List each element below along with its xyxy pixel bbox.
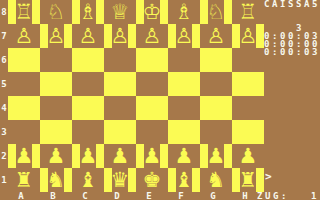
square-h7[interactable]: ♙ <box>232 24 264 48</box>
square-f5[interactable] <box>168 72 200 96</box>
rank-label-2: 2 <box>0 152 8 160</box>
piece-black-rook[interactable]: ♖ <box>16 0 32 24</box>
piece-black-pawn[interactable]: ♙ <box>16 24 32 48</box>
square-d2[interactable]: ♟ <box>104 144 136 168</box>
square-c8[interactable]: ♗ <box>72 0 104 24</box>
piece-white-rook[interactable]: ♜ <box>16 168 32 192</box>
move-counter-label: ZUG: <box>257 192 289 200</box>
piece-white-knight[interactable]: ♞ <box>208 168 224 192</box>
black-pawn-glyph: ♙ <box>111 24 130 48</box>
piece-black-pawn[interactable]: ♙ <box>240 24 256 48</box>
square-d1[interactable]: ♛ <box>104 168 136 192</box>
white-bishop-glyph: ♝ <box>79 168 98 192</box>
square-e6[interactable] <box>136 48 168 72</box>
square-b4[interactable] <box>40 96 72 120</box>
white-pawn-glyph: ♟ <box>47 144 66 168</box>
square-b6[interactable] <box>40 48 72 72</box>
square-g7[interactable]: ♙ <box>200 24 232 48</box>
square-d6[interactable] <box>104 48 136 72</box>
file-label-f: F <box>177 192 185 200</box>
square-a5[interactable] <box>8 72 40 96</box>
square-d8[interactable]: ♕ <box>104 0 136 24</box>
piece-white-rook[interactable]: ♜ <box>240 168 256 192</box>
white-pawn-glyph: ♟ <box>143 144 162 168</box>
file-label-d: D <box>113 192 121 200</box>
square-e8[interactable]: ♔ <box>136 0 168 24</box>
piece-white-bishop[interactable]: ♝ <box>80 168 96 192</box>
piece-white-pawn[interactable]: ♟ <box>16 144 32 168</box>
app-title: CAISSA5 <box>264 0 320 8</box>
black-pawn-glyph: ♙ <box>143 24 162 48</box>
square-h6[interactable] <box>232 48 264 72</box>
white-rook-glyph: ♜ <box>239 168 258 192</box>
square-c6[interactable] <box>72 48 104 72</box>
square-b5[interactable] <box>40 72 72 96</box>
piece-black-pawn[interactable]: ♙ <box>208 24 224 48</box>
piece-black-pawn[interactable]: ♙ <box>48 24 64 48</box>
game-screen: ♖♘♗♕♔♗♘♖♙♙♙♙♙♙♙♙♟♟♟♟♟♟♟♟♜♞♝♛♚♝♞♜ CAISSA5… <box>0 0 320 200</box>
white-pawn-glyph: ♟ <box>175 144 194 168</box>
black-rook-glyph: ♖ <box>15 0 34 24</box>
square-f4[interactable] <box>168 96 200 120</box>
white-king-glyph: ♚ <box>143 168 162 192</box>
white-queen-glyph: ♛ <box>111 168 130 192</box>
square-b2[interactable]: ♟ <box>40 144 72 168</box>
square-b8[interactable]: ♘ <box>40 0 72 24</box>
square-h2[interactable]: ♟ <box>232 144 264 168</box>
square-a3[interactable] <box>8 120 40 144</box>
square-a2[interactable]: ♟ <box>8 144 40 168</box>
square-g4[interactable] <box>200 96 232 120</box>
black-king-glyph: ♔ <box>143 0 162 24</box>
square-f1[interactable]: ♝ <box>168 168 200 192</box>
white-pawn-glyph: ♟ <box>239 144 258 168</box>
piece-black-pawn[interactable]: ♙ <box>80 24 96 48</box>
rank-label-3: 3 <box>0 128 8 136</box>
square-e7[interactable]: ♙ <box>136 24 168 48</box>
piece-white-pawn[interactable]: ♟ <box>240 144 256 168</box>
white-pawn-glyph: ♟ <box>15 144 34 168</box>
black-pawn-glyph: ♙ <box>47 24 66 48</box>
black-pawn-glyph: ♙ <box>79 24 98 48</box>
square-e3[interactable] <box>136 120 168 144</box>
square-h3[interactable] <box>232 120 264 144</box>
file-label-e: E <box>145 192 153 200</box>
square-c5[interactable] <box>72 72 104 96</box>
piece-black-bishop[interactable]: ♗ <box>176 0 192 24</box>
white-pawn-glyph: ♟ <box>79 144 98 168</box>
file-label-a: A <box>17 192 25 200</box>
piece-black-pawn[interactable]: ♙ <box>176 24 192 48</box>
piece-white-pawn[interactable]: ♟ <box>48 144 64 168</box>
move-counter-value: 1 <box>311 192 319 200</box>
square-f6[interactable] <box>168 48 200 72</box>
square-d3[interactable] <box>104 120 136 144</box>
square-g5[interactable] <box>200 72 232 96</box>
piece-white-bishop[interactable]: ♝ <box>176 168 192 192</box>
piece-white-pawn[interactable]: ♟ <box>80 144 96 168</box>
square-b3[interactable] <box>40 120 72 144</box>
piece-black-pawn[interactable]: ♙ <box>144 24 160 48</box>
piece-black-knight[interactable]: ♘ <box>208 0 224 24</box>
black-bishop-glyph: ♗ <box>79 0 98 24</box>
square-f2[interactable]: ♟ <box>168 144 200 168</box>
black-knight-glyph: ♘ <box>47 0 66 24</box>
square-e2[interactable]: ♟ <box>136 144 168 168</box>
square-a8[interactable]: ♖ <box>8 0 40 24</box>
square-g6[interactable] <box>200 48 232 72</box>
square-e4[interactable] <box>136 96 168 120</box>
square-b7[interactable]: ♙ <box>40 24 72 48</box>
black-queen-glyph: ♕ <box>111 0 130 24</box>
piece-black-knight[interactable]: ♘ <box>48 0 64 24</box>
square-d5[interactable] <box>104 72 136 96</box>
square-a4[interactable] <box>8 96 40 120</box>
square-e5[interactable] <box>136 72 168 96</box>
white-pawn-glyph: ♟ <box>111 144 130 168</box>
square-h8[interactable]: ♖ <box>232 0 264 24</box>
piece-black-rook[interactable]: ♖ <box>240 0 256 24</box>
square-c1[interactable]: ♝ <box>72 168 104 192</box>
black-pawn-glyph: ♙ <box>175 24 194 48</box>
piece-white-queen[interactable]: ♛ <box>112 168 128 192</box>
square-g8[interactable]: ♘ <box>200 0 232 24</box>
square-g3[interactable] <box>200 120 232 144</box>
white-knight-glyph: ♞ <box>207 168 226 192</box>
square-f3[interactable] <box>168 120 200 144</box>
square-e1[interactable]: ♚ <box>136 168 168 192</box>
square-a6[interactable] <box>8 48 40 72</box>
rank-label-1: 1 <box>0 176 8 184</box>
square-h5[interactable] <box>232 72 264 96</box>
file-label-h: H <box>241 192 249 200</box>
piece-black-pawn[interactable]: ♙ <box>112 24 128 48</box>
piece-white-knight[interactable]: ♞ <box>48 168 64 192</box>
white-bishop-glyph: ♝ <box>175 168 194 192</box>
piece-white-king[interactable]: ♚ <box>144 168 160 192</box>
chess-board: ♖♘♗♕♔♗♘♖♙♙♙♙♙♙♙♙♟♟♟♟♟♟♟♟♜♞♝♛♚♝♞♜ <box>8 0 264 192</box>
white-rook-glyph: ♜ <box>15 168 34 192</box>
rank-label-8: 8 <box>0 8 8 16</box>
square-a1[interactable]: ♜ <box>8 168 40 192</box>
square-a7[interactable]: ♙ <box>8 24 40 48</box>
square-b1[interactable]: ♞ <box>40 168 72 192</box>
square-c7[interactable]: ♙ <box>72 24 104 48</box>
square-c4[interactable] <box>72 96 104 120</box>
square-g2[interactable]: ♟ <box>200 144 232 168</box>
file-label-b: B <box>49 192 57 200</box>
piece-black-king[interactable]: ♔ <box>144 0 160 24</box>
rank-label-7: 7 <box>0 32 8 40</box>
square-d4[interactable] <box>104 96 136 120</box>
square-c3[interactable] <box>72 120 104 144</box>
piece-black-bishop[interactable]: ♗ <box>80 0 96 24</box>
piece-white-pawn[interactable]: ♟ <box>176 144 192 168</box>
black-knight-glyph: ♘ <box>207 0 226 24</box>
square-h1[interactable]: ♜ <box>232 168 264 192</box>
rank-label-6: 6 <box>0 56 8 64</box>
piece-white-pawn[interactable]: ♟ <box>112 144 128 168</box>
white-knight-glyph: ♞ <box>47 168 66 192</box>
file-label-c: C <box>81 192 89 200</box>
square-d7[interactable]: ♙ <box>104 24 136 48</box>
square-g1[interactable]: ♞ <box>200 168 232 192</box>
piece-white-pawn[interactable]: ♟ <box>144 144 160 168</box>
clock-3: 0:00:03 <box>264 48 320 56</box>
black-bishop-glyph: ♗ <box>175 0 194 24</box>
black-rook-glyph: ♖ <box>239 0 258 24</box>
rank-label-4: 4 <box>0 104 8 112</box>
black-pawn-glyph: ♙ <box>15 24 34 48</box>
rank-label-5: 5 <box>0 80 8 88</box>
command-prompt[interactable]: > <box>265 172 274 182</box>
piece-black-queen[interactable]: ♕ <box>112 0 128 24</box>
square-f8[interactable]: ♗ <box>168 0 200 24</box>
square-c2[interactable]: ♟ <box>72 144 104 168</box>
white-pawn-glyph: ♟ <box>207 144 226 168</box>
file-label-g: G <box>209 192 217 200</box>
square-f7[interactable]: ♙ <box>168 24 200 48</box>
square-h4[interactable] <box>232 96 264 120</box>
black-pawn-glyph: ♙ <box>239 24 258 48</box>
piece-white-pawn[interactable]: ♟ <box>208 144 224 168</box>
black-pawn-glyph: ♙ <box>207 24 226 48</box>
